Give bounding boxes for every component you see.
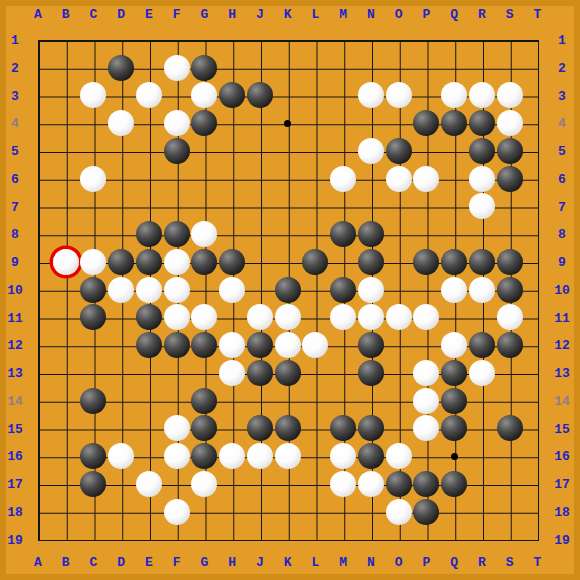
intersection-G9[interactable] bbox=[191, 248, 219, 276]
intersection-S13[interactable] bbox=[496, 359, 524, 387]
intersection-D8[interactable] bbox=[107, 220, 135, 248]
intersection-H8[interactable] bbox=[218, 220, 246, 248]
intersection-C15[interactable] bbox=[80, 415, 108, 443]
intersection-C17[interactable] bbox=[80, 470, 108, 498]
intersection-N12[interactable] bbox=[357, 331, 385, 359]
intersection-B7[interactable] bbox=[52, 193, 80, 221]
intersection-Q16[interactable] bbox=[440, 442, 468, 470]
intersection-M17[interactable] bbox=[329, 470, 357, 498]
intersection-C11[interactable] bbox=[80, 304, 108, 332]
intersection-Q17[interactable] bbox=[440, 470, 468, 498]
intersection-N14[interactable] bbox=[357, 387, 385, 415]
intersection-T13[interactable] bbox=[524, 359, 552, 387]
intersection-J6[interactable] bbox=[246, 165, 274, 193]
intersection-O16[interactable] bbox=[385, 442, 413, 470]
intersection-C7[interactable] bbox=[80, 193, 108, 221]
intersection-C5[interactable] bbox=[80, 137, 108, 165]
intersection-M9[interactable] bbox=[329, 248, 357, 276]
intersection-R19[interactable] bbox=[468, 526, 496, 554]
intersection-P11[interactable] bbox=[413, 304, 441, 332]
intersection-O1[interactable] bbox=[385, 26, 413, 54]
intersection-B18[interactable] bbox=[52, 498, 80, 526]
intersection-H16[interactable] bbox=[218, 442, 246, 470]
intersection-H11[interactable] bbox=[218, 304, 246, 332]
intersection-G18[interactable] bbox=[191, 498, 219, 526]
intersection-N17[interactable] bbox=[357, 470, 385, 498]
intersection-Q11[interactable] bbox=[440, 304, 468, 332]
intersection-F5[interactable] bbox=[163, 137, 191, 165]
intersection-M2[interactable] bbox=[329, 54, 357, 82]
intersection-N8[interactable] bbox=[357, 220, 385, 248]
intersection-J5[interactable] bbox=[246, 137, 274, 165]
intersection-H18[interactable] bbox=[218, 498, 246, 526]
intersection-B2[interactable] bbox=[52, 54, 80, 82]
intersection-J10[interactable] bbox=[246, 276, 274, 304]
intersection-A10[interactable] bbox=[24, 276, 52, 304]
intersection-M8[interactable] bbox=[329, 220, 357, 248]
intersection-P9[interactable] bbox=[413, 248, 441, 276]
intersection-P14[interactable] bbox=[413, 387, 441, 415]
intersection-P2[interactable] bbox=[413, 54, 441, 82]
intersection-F13[interactable] bbox=[163, 359, 191, 387]
intersection-N15[interactable] bbox=[357, 415, 385, 443]
intersection-E15[interactable] bbox=[135, 415, 163, 443]
intersection-D4[interactable] bbox=[107, 109, 135, 137]
intersection-Q18[interactable] bbox=[440, 498, 468, 526]
intersection-S17[interactable] bbox=[496, 470, 524, 498]
intersection-Q10[interactable] bbox=[440, 276, 468, 304]
intersection-B5[interactable] bbox=[52, 137, 80, 165]
intersection-E9[interactable] bbox=[135, 248, 163, 276]
intersection-J9[interactable] bbox=[246, 248, 274, 276]
intersection-K7[interactable] bbox=[274, 193, 302, 221]
intersection-T10[interactable] bbox=[524, 276, 552, 304]
intersection-S2[interactable] bbox=[496, 54, 524, 82]
intersection-H15[interactable] bbox=[218, 415, 246, 443]
intersection-B13[interactable] bbox=[52, 359, 80, 387]
intersection-G17[interactable] bbox=[191, 470, 219, 498]
intersection-C1[interactable] bbox=[80, 26, 108, 54]
intersection-L9[interactable] bbox=[302, 248, 330, 276]
intersection-D12[interactable] bbox=[107, 331, 135, 359]
intersection-J2[interactable] bbox=[246, 54, 274, 82]
intersection-K6[interactable] bbox=[274, 165, 302, 193]
intersection-G4[interactable] bbox=[191, 109, 219, 137]
intersection-J16[interactable] bbox=[246, 442, 274, 470]
intersection-K2[interactable] bbox=[274, 54, 302, 82]
intersection-S16[interactable] bbox=[496, 442, 524, 470]
intersection-A14[interactable] bbox=[24, 387, 52, 415]
intersection-N2[interactable] bbox=[357, 54, 385, 82]
intersection-R17[interactable] bbox=[468, 470, 496, 498]
intersection-K15[interactable] bbox=[274, 415, 302, 443]
intersection-S8[interactable] bbox=[496, 220, 524, 248]
intersection-O8[interactable] bbox=[385, 220, 413, 248]
intersection-K17[interactable] bbox=[274, 470, 302, 498]
intersection-T8[interactable] bbox=[524, 220, 552, 248]
intersection-L16[interactable] bbox=[302, 442, 330, 470]
intersection-A1[interactable] bbox=[24, 26, 52, 54]
intersection-D16[interactable] bbox=[107, 442, 135, 470]
intersection-G1[interactable] bbox=[191, 26, 219, 54]
intersection-L3[interactable] bbox=[302, 82, 330, 110]
intersection-K16[interactable] bbox=[274, 442, 302, 470]
intersection-M5[interactable] bbox=[329, 137, 357, 165]
intersection-G7[interactable] bbox=[191, 193, 219, 221]
intersection-A19[interactable] bbox=[24, 526, 52, 554]
intersection-C3[interactable] bbox=[80, 82, 108, 110]
intersection-L10[interactable] bbox=[302, 276, 330, 304]
intersection-L11[interactable] bbox=[302, 304, 330, 332]
intersection-F14[interactable] bbox=[163, 387, 191, 415]
intersection-F18[interactable] bbox=[163, 498, 191, 526]
intersection-L15[interactable] bbox=[302, 415, 330, 443]
intersection-E11[interactable] bbox=[135, 304, 163, 332]
intersection-S11[interactable] bbox=[496, 304, 524, 332]
intersection-N11[interactable] bbox=[357, 304, 385, 332]
intersection-S19[interactable] bbox=[496, 526, 524, 554]
intersection-O2[interactable] bbox=[385, 54, 413, 82]
intersection-P5[interactable] bbox=[413, 137, 441, 165]
intersection-J7[interactable] bbox=[246, 193, 274, 221]
intersection-P3[interactable] bbox=[413, 82, 441, 110]
intersection-M6[interactable] bbox=[329, 165, 357, 193]
intersection-H1[interactable] bbox=[218, 26, 246, 54]
intersection-D11[interactable] bbox=[107, 304, 135, 332]
intersection-D19[interactable] bbox=[107, 526, 135, 554]
intersection-Q7[interactable] bbox=[440, 193, 468, 221]
intersection-E1[interactable] bbox=[135, 26, 163, 54]
intersection-N5[interactable] bbox=[357, 137, 385, 165]
intersection-T11[interactable] bbox=[524, 304, 552, 332]
intersection-F8[interactable] bbox=[163, 220, 191, 248]
intersection-B3[interactable] bbox=[52, 82, 80, 110]
intersection-G13[interactable] bbox=[191, 359, 219, 387]
intersection-P6[interactable] bbox=[413, 165, 441, 193]
intersection-T15[interactable] bbox=[524, 415, 552, 443]
intersection-T3[interactable] bbox=[524, 82, 552, 110]
intersection-F10[interactable] bbox=[163, 276, 191, 304]
intersection-Q8[interactable] bbox=[440, 220, 468, 248]
intersection-J13[interactable] bbox=[246, 359, 274, 387]
intersection-E12[interactable] bbox=[135, 331, 163, 359]
intersection-C6[interactable] bbox=[80, 165, 108, 193]
intersection-R2[interactable] bbox=[468, 54, 496, 82]
intersection-L2[interactable] bbox=[302, 54, 330, 82]
intersection-K10[interactable] bbox=[274, 276, 302, 304]
intersection-L19[interactable] bbox=[302, 526, 330, 554]
intersection-F9[interactable] bbox=[163, 248, 191, 276]
intersection-P18[interactable] bbox=[413, 498, 441, 526]
intersection-M18[interactable] bbox=[329, 498, 357, 526]
intersection-E18[interactable] bbox=[135, 498, 163, 526]
intersection-K9[interactable] bbox=[274, 248, 302, 276]
intersection-B17[interactable] bbox=[52, 470, 80, 498]
intersection-M1[interactable] bbox=[329, 26, 357, 54]
intersection-C4[interactable] bbox=[80, 109, 108, 137]
intersection-M13[interactable] bbox=[329, 359, 357, 387]
intersection-A16[interactable] bbox=[24, 442, 52, 470]
intersection-S10[interactable] bbox=[496, 276, 524, 304]
intersection-D5[interactable] bbox=[107, 137, 135, 165]
intersection-A7[interactable] bbox=[24, 193, 52, 221]
intersection-E17[interactable] bbox=[135, 470, 163, 498]
intersection-D15[interactable] bbox=[107, 415, 135, 443]
intersection-O5[interactable] bbox=[385, 137, 413, 165]
intersection-N16[interactable] bbox=[357, 442, 385, 470]
intersection-H5[interactable] bbox=[218, 137, 246, 165]
intersection-O9[interactable] bbox=[385, 248, 413, 276]
intersection-N18[interactable] bbox=[357, 498, 385, 526]
intersection-O13[interactable] bbox=[385, 359, 413, 387]
intersection-H10[interactable] bbox=[218, 276, 246, 304]
intersection-R12[interactable] bbox=[468, 331, 496, 359]
intersection-S18[interactable] bbox=[496, 498, 524, 526]
intersection-Q5[interactable] bbox=[440, 137, 468, 165]
intersection-C12[interactable] bbox=[80, 331, 108, 359]
intersection-J14[interactable] bbox=[246, 387, 274, 415]
intersection-K5[interactable] bbox=[274, 137, 302, 165]
intersection-N3[interactable] bbox=[357, 82, 385, 110]
intersection-L4[interactable] bbox=[302, 109, 330, 137]
intersection-D2[interactable] bbox=[107, 54, 135, 82]
intersection-F2[interactable] bbox=[163, 54, 191, 82]
intersection-O6[interactable] bbox=[385, 165, 413, 193]
intersection-L5[interactable] bbox=[302, 137, 330, 165]
intersection-A2[interactable] bbox=[24, 54, 52, 82]
intersection-H14[interactable] bbox=[218, 387, 246, 415]
intersection-F12[interactable] bbox=[163, 331, 191, 359]
intersection-E10[interactable] bbox=[135, 276, 163, 304]
intersection-R4[interactable] bbox=[468, 109, 496, 137]
intersection-F1[interactable] bbox=[163, 26, 191, 54]
intersection-O14[interactable] bbox=[385, 387, 413, 415]
intersection-S14[interactable] bbox=[496, 387, 524, 415]
intersection-O7[interactable] bbox=[385, 193, 413, 221]
intersection-N10[interactable] bbox=[357, 276, 385, 304]
intersection-M15[interactable] bbox=[329, 415, 357, 443]
intersection-K8[interactable] bbox=[274, 220, 302, 248]
intersection-T2[interactable] bbox=[524, 54, 552, 82]
intersection-P7[interactable] bbox=[413, 193, 441, 221]
intersection-K1[interactable] bbox=[274, 26, 302, 54]
intersection-D14[interactable] bbox=[107, 387, 135, 415]
intersection-P13[interactable] bbox=[413, 359, 441, 387]
intersection-D10[interactable] bbox=[107, 276, 135, 304]
intersection-E4[interactable] bbox=[135, 109, 163, 137]
intersection-A6[interactable] bbox=[24, 165, 52, 193]
intersection-J4[interactable] bbox=[246, 109, 274, 137]
intersection-G11[interactable] bbox=[191, 304, 219, 332]
intersection-M14[interactable] bbox=[329, 387, 357, 415]
intersection-D17[interactable] bbox=[107, 470, 135, 498]
intersection-O4[interactable] bbox=[385, 109, 413, 137]
intersection-Q14[interactable] bbox=[440, 387, 468, 415]
intersection-H4[interactable] bbox=[218, 109, 246, 137]
intersection-J17[interactable] bbox=[246, 470, 274, 498]
intersection-H2[interactable] bbox=[218, 54, 246, 82]
intersection-B1[interactable] bbox=[52, 26, 80, 54]
intersection-G2[interactable] bbox=[191, 54, 219, 82]
intersection-G8[interactable] bbox=[191, 220, 219, 248]
intersection-P15[interactable] bbox=[413, 415, 441, 443]
intersection-H9[interactable] bbox=[218, 248, 246, 276]
intersection-B14[interactable] bbox=[52, 387, 80, 415]
intersection-P16[interactable] bbox=[413, 442, 441, 470]
intersection-J1[interactable] bbox=[246, 26, 274, 54]
intersection-C13[interactable] bbox=[80, 359, 108, 387]
intersection-T5[interactable] bbox=[524, 137, 552, 165]
intersection-S6[interactable] bbox=[496, 165, 524, 193]
intersection-G19[interactable] bbox=[191, 526, 219, 554]
intersection-C9[interactable] bbox=[80, 248, 108, 276]
intersection-M11[interactable] bbox=[329, 304, 357, 332]
intersection-J12[interactable] bbox=[246, 331, 274, 359]
intersection-A8[interactable] bbox=[24, 220, 52, 248]
intersection-N4[interactable] bbox=[357, 109, 385, 137]
intersection-F11[interactable] bbox=[163, 304, 191, 332]
intersection-L1[interactable] bbox=[302, 26, 330, 54]
intersection-P1[interactable] bbox=[413, 26, 441, 54]
intersection-H6[interactable] bbox=[218, 165, 246, 193]
intersection-F7[interactable] bbox=[163, 193, 191, 221]
intersection-A9[interactable] bbox=[24, 248, 52, 276]
intersection-D3[interactable] bbox=[107, 82, 135, 110]
intersection-S7[interactable] bbox=[496, 193, 524, 221]
intersection-E13[interactable] bbox=[135, 359, 163, 387]
intersection-E6[interactable] bbox=[135, 165, 163, 193]
intersection-E8[interactable] bbox=[135, 220, 163, 248]
intersection-E7[interactable] bbox=[135, 193, 163, 221]
intersection-Q6[interactable] bbox=[440, 165, 468, 193]
go-board[interactable] bbox=[24, 26, 551, 553]
intersection-G5[interactable] bbox=[191, 137, 219, 165]
intersection-Q2[interactable] bbox=[440, 54, 468, 82]
intersection-S9[interactable] bbox=[496, 248, 524, 276]
intersection-S15[interactable] bbox=[496, 415, 524, 443]
intersection-C10[interactable] bbox=[80, 276, 108, 304]
intersection-O11[interactable] bbox=[385, 304, 413, 332]
intersection-C18[interactable] bbox=[80, 498, 108, 526]
intersection-B11[interactable] bbox=[52, 304, 80, 332]
intersection-D1[interactable] bbox=[107, 26, 135, 54]
intersection-R13[interactable] bbox=[468, 359, 496, 387]
intersection-M7[interactable] bbox=[329, 193, 357, 221]
intersection-G15[interactable] bbox=[191, 415, 219, 443]
intersection-T4[interactable] bbox=[524, 109, 552, 137]
intersection-L12[interactable] bbox=[302, 331, 330, 359]
intersection-Q13[interactable] bbox=[440, 359, 468, 387]
intersection-P8[interactable] bbox=[413, 220, 441, 248]
intersection-Q15[interactable] bbox=[440, 415, 468, 443]
intersection-O10[interactable] bbox=[385, 276, 413, 304]
intersection-A15[interactable] bbox=[24, 415, 52, 443]
intersection-T9[interactable] bbox=[524, 248, 552, 276]
intersection-B9[interactable] bbox=[52, 248, 80, 276]
intersection-C14[interactable] bbox=[80, 387, 108, 415]
intersection-N13[interactable] bbox=[357, 359, 385, 387]
intersection-R5[interactable] bbox=[468, 137, 496, 165]
intersection-L7[interactable] bbox=[302, 193, 330, 221]
intersection-C19[interactable] bbox=[80, 526, 108, 554]
intersection-H13[interactable] bbox=[218, 359, 246, 387]
intersection-G3[interactable] bbox=[191, 82, 219, 110]
intersection-S5[interactable] bbox=[496, 137, 524, 165]
intersection-R1[interactable] bbox=[468, 26, 496, 54]
intersection-G16[interactable] bbox=[191, 442, 219, 470]
intersection-S3[interactable] bbox=[496, 82, 524, 110]
intersection-A4[interactable] bbox=[24, 109, 52, 137]
intersection-P19[interactable] bbox=[413, 526, 441, 554]
intersection-M12[interactable] bbox=[329, 331, 357, 359]
intersection-P17[interactable] bbox=[413, 470, 441, 498]
intersection-F15[interactable] bbox=[163, 415, 191, 443]
intersection-R6[interactable] bbox=[468, 165, 496, 193]
intersection-T16[interactable] bbox=[524, 442, 552, 470]
intersection-J19[interactable] bbox=[246, 526, 274, 554]
intersection-B19[interactable] bbox=[52, 526, 80, 554]
intersection-M16[interactable] bbox=[329, 442, 357, 470]
intersection-J18[interactable] bbox=[246, 498, 274, 526]
intersection-K3[interactable] bbox=[274, 82, 302, 110]
intersection-B15[interactable] bbox=[52, 415, 80, 443]
intersection-A5[interactable] bbox=[24, 137, 52, 165]
intersection-A3[interactable] bbox=[24, 82, 52, 110]
intersection-F4[interactable] bbox=[163, 109, 191, 137]
intersection-Q9[interactable] bbox=[440, 248, 468, 276]
intersection-Q3[interactable] bbox=[440, 82, 468, 110]
intersection-F3[interactable] bbox=[163, 82, 191, 110]
intersection-T19[interactable] bbox=[524, 526, 552, 554]
intersection-T17[interactable] bbox=[524, 470, 552, 498]
intersection-N9[interactable] bbox=[357, 248, 385, 276]
intersection-M4[interactable] bbox=[329, 109, 357, 137]
intersection-K13[interactable] bbox=[274, 359, 302, 387]
intersection-F6[interactable] bbox=[163, 165, 191, 193]
intersection-A17[interactable] bbox=[24, 470, 52, 498]
intersection-R18[interactable] bbox=[468, 498, 496, 526]
intersection-H17[interactable] bbox=[218, 470, 246, 498]
intersection-F17[interactable] bbox=[163, 470, 191, 498]
intersection-E19[interactable] bbox=[135, 526, 163, 554]
intersection-K4[interactable] bbox=[274, 109, 302, 137]
intersection-A18[interactable] bbox=[24, 498, 52, 526]
intersection-Q4[interactable] bbox=[440, 109, 468, 137]
intersection-T14[interactable] bbox=[524, 387, 552, 415]
intersection-T12[interactable] bbox=[524, 331, 552, 359]
intersection-R10[interactable] bbox=[468, 276, 496, 304]
intersection-S4[interactable] bbox=[496, 109, 524, 137]
intersection-D6[interactable] bbox=[107, 165, 135, 193]
intersection-G14[interactable] bbox=[191, 387, 219, 415]
intersection-M10[interactable] bbox=[329, 276, 357, 304]
intersection-E2[interactable] bbox=[135, 54, 163, 82]
intersection-G12[interactable] bbox=[191, 331, 219, 359]
intersection-O17[interactable] bbox=[385, 470, 413, 498]
intersection-E5[interactable] bbox=[135, 137, 163, 165]
intersection-R3[interactable] bbox=[468, 82, 496, 110]
intersection-F19[interactable] bbox=[163, 526, 191, 554]
intersection-R7[interactable] bbox=[468, 193, 496, 221]
intersection-S12[interactable] bbox=[496, 331, 524, 359]
intersection-L6[interactable] bbox=[302, 165, 330, 193]
intersection-M19[interactable] bbox=[329, 526, 357, 554]
intersection-S1[interactable] bbox=[496, 26, 524, 54]
intersection-C2[interactable] bbox=[80, 54, 108, 82]
intersection-K12[interactable] bbox=[274, 331, 302, 359]
intersection-O3[interactable] bbox=[385, 82, 413, 110]
intersection-T18[interactable] bbox=[524, 498, 552, 526]
